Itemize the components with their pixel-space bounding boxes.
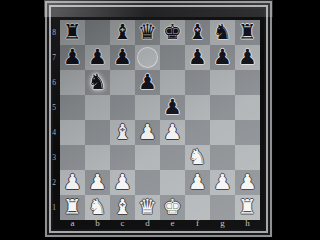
piece-black-rook: ♜ — [60, 20, 85, 45]
piece-black-bishop: ♝ — [110, 20, 135, 45]
square-d3[interactable] — [135, 145, 160, 170]
square-b7[interactable]: ♟ — [85, 45, 110, 70]
square-c4[interactable]: ♝ — [110, 120, 135, 145]
square-a2[interactable]: ♟ — [60, 170, 85, 195]
piece-black-knight: ♞ — [85, 70, 110, 95]
piece-white-rook: ♜ — [235, 195, 260, 220]
square-a8[interactable]: ♜ — [60, 20, 85, 45]
piece-black-rook: ♜ — [235, 20, 260, 45]
piece-black-queen: ♛ — [135, 20, 160, 45]
square-g6[interactable] — [210, 70, 235, 95]
move-origin-circle-marker — [137, 47, 158, 68]
square-b6[interactable]: ♞ — [85, 70, 110, 95]
piece-white-pawn: ♟ — [60, 170, 85, 195]
piece-black-pawn: ♟ — [85, 45, 110, 70]
square-b2[interactable]: ♟ — [85, 170, 110, 195]
square-a4[interactable] — [60, 120, 85, 145]
piece-white-bishop: ♝ — [110, 120, 135, 145]
piece-white-pawn: ♟ — [185, 170, 210, 195]
piece-black-pawn: ♟ — [60, 45, 85, 70]
rank-label-3: 3 — [48, 145, 60, 170]
piece-white-king: ♚ — [160, 195, 185, 220]
square-c1[interactable]: ♝ — [110, 195, 135, 220]
rank-labels: 87654321 — [48, 20, 60, 220]
piece-white-rook: ♜ — [60, 195, 85, 220]
piece-black-pawn: ♟ — [160, 95, 185, 120]
square-f4[interactable] — [185, 120, 210, 145]
piece-white-bishop: ♝ — [110, 195, 135, 220]
piece-white-knight: ♞ — [85, 195, 110, 220]
square-g4[interactable] — [210, 120, 235, 145]
square-f7[interactable]: ♟ — [185, 45, 210, 70]
rank-label-1: 1 — [48, 195, 60, 220]
square-g2[interactable]: ♟ — [210, 170, 235, 195]
rank-label-4: 4 — [48, 120, 60, 145]
square-h7[interactable]: ♟ — [235, 45, 260, 70]
piece-white-pawn: ♟ — [210, 170, 235, 195]
square-d2[interactable] — [135, 170, 160, 195]
square-a6[interactable] — [60, 70, 85, 95]
square-b8[interactable] — [85, 20, 110, 45]
square-h5[interactable] — [235, 95, 260, 120]
piece-black-knight: ♞ — [210, 20, 235, 45]
square-e1[interactable]: ♚ — [160, 195, 185, 220]
square-e5[interactable]: ♟ — [160, 95, 185, 120]
square-h4[interactable] — [235, 120, 260, 145]
square-a1[interactable]: ♜ — [60, 195, 85, 220]
piece-white-queen: ♛ — [135, 195, 160, 220]
rank-label-5: 5 — [48, 95, 60, 120]
piece-white-pawn: ♟ — [85, 170, 110, 195]
square-g8[interactable]: ♞ — [210, 20, 235, 45]
square-c7[interactable]: ♟ — [110, 45, 135, 70]
piece-black-pawn: ♟ — [185, 45, 210, 70]
square-d5[interactable] — [135, 95, 160, 120]
square-b1[interactable]: ♞ — [85, 195, 110, 220]
square-f1[interactable] — [185, 195, 210, 220]
square-h2[interactable]: ♟ — [235, 170, 260, 195]
square-e8[interactable]: ♚ — [160, 20, 185, 45]
square-g7[interactable]: ♟ — [210, 45, 235, 70]
square-d8[interactable]: ♛ — [135, 20, 160, 45]
screenshot-stage: 87654321 abcdefgh ♜♝♛♚♝♞♜♟♟♟♟♟♟♞♟♟♝♟♟♞♟♟… — [0, 0, 320, 240]
square-e7[interactable] — [160, 45, 185, 70]
square-g3[interactable] — [210, 145, 235, 170]
rank-label-7: 7 — [48, 45, 60, 70]
square-f2[interactable]: ♟ — [185, 170, 210, 195]
square-b3[interactable] — [85, 145, 110, 170]
board-frame: 87654321 abcdefgh ♜♝♛♚♝♞♜♟♟♟♟♟♟♞♟♟♝♟♟♞♟♟… — [44, 0, 273, 238]
piece-black-pawn: ♟ — [235, 45, 260, 70]
square-c5[interactable] — [110, 95, 135, 120]
piece-black-pawn: ♟ — [110, 45, 135, 70]
square-a5[interactable] — [60, 95, 85, 120]
square-b5[interactable] — [85, 95, 110, 120]
piece-black-king: ♚ — [160, 20, 185, 45]
piece-white-pawn: ♟ — [135, 120, 160, 145]
piece-white-pawn: ♟ — [160, 120, 185, 145]
square-g5[interactable] — [210, 95, 235, 120]
piece-black-pawn: ♟ — [210, 45, 235, 70]
square-c2[interactable]: ♟ — [110, 170, 135, 195]
square-c6[interactable] — [110, 70, 135, 95]
square-e4[interactable]: ♟ — [160, 120, 185, 145]
square-d7[interactable] — [135, 45, 160, 70]
square-a3[interactable] — [60, 145, 85, 170]
chess-board: ♜♝♛♚♝♞♜♟♟♟♟♟♟♞♟♟♝♟♟♞♟♟♟♟♟♟♜♞♝♛♚♜ — [60, 20, 260, 220]
piece-white-knight: ♞ — [185, 145, 210, 170]
piece-white-pawn: ♟ — [110, 170, 135, 195]
square-h3[interactable] — [235, 145, 260, 170]
square-f6[interactable] — [185, 70, 210, 95]
rank-label-8: 8 — [48, 20, 60, 45]
square-d6[interactable]: ♟ — [135, 70, 160, 95]
square-c8[interactable]: ♝ — [110, 20, 135, 45]
square-c3[interactable] — [110, 145, 135, 170]
square-a7[interactable]: ♟ — [60, 45, 85, 70]
piece-black-pawn: ♟ — [135, 70, 160, 95]
rank-label-2: 2 — [48, 170, 60, 195]
square-h6[interactable] — [235, 70, 260, 95]
square-h8[interactable]: ♜ — [235, 20, 260, 45]
square-f8[interactable]: ♝ — [185, 20, 210, 45]
square-e6[interactable] — [160, 70, 185, 95]
square-e2[interactable] — [160, 170, 185, 195]
square-d1[interactable]: ♛ — [135, 195, 160, 220]
square-f3[interactable]: ♞ — [185, 145, 210, 170]
square-h1[interactable]: ♜ — [235, 195, 260, 220]
rank-label-6: 6 — [48, 70, 60, 95]
square-e3[interactable] — [160, 145, 185, 170]
square-d4[interactable]: ♟ — [135, 120, 160, 145]
square-g1[interactable] — [210, 195, 235, 220]
square-b4[interactable] — [85, 120, 110, 145]
square-f5[interactable] — [185, 95, 210, 120]
piece-black-bishop: ♝ — [185, 20, 210, 45]
piece-white-pawn: ♟ — [235, 170, 260, 195]
